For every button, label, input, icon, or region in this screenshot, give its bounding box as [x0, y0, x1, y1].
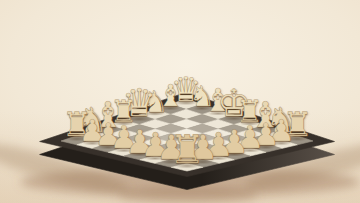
pieces-layer: ♛♞♝♚♜♝♞♜♝♟♞♟♛♟♜♟♝♟♞♟♜♟♟♟♟♟♟♜: [0, 0, 360, 203]
piece-white-rook-h1[interactable]: ♜: [169, 130, 204, 169]
chess-scene: ♛♞♝♚♜♝♞♜♝♟♞♟♛♟♜♟♝♟♞♟♜♟♟♟♟♟♟♜: [0, 0, 360, 203]
